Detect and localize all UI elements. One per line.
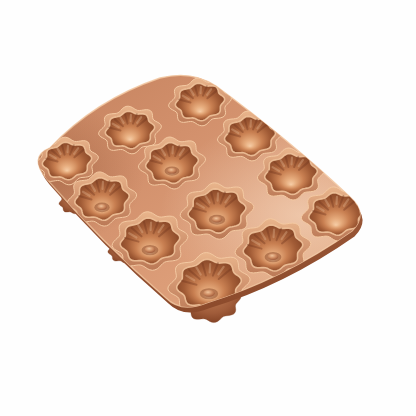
cavity-center-post [97, 204, 107, 210]
cavity-center-post [268, 253, 279, 259]
cavity-center-post [145, 246, 156, 252]
cavity-flute-highlight [274, 230, 275, 238]
cavity-flute-highlight [210, 264, 211, 272]
cavity-center-post [167, 168, 176, 174]
product-photo [0, 0, 416, 416]
cavity-center-post [203, 290, 215, 297]
cavity-center-post [212, 216, 222, 222]
muffin-pan-image [0, 0, 416, 416]
pan-cavities [36, 78, 371, 315]
cavity-flute-highlight [151, 223, 152, 231]
